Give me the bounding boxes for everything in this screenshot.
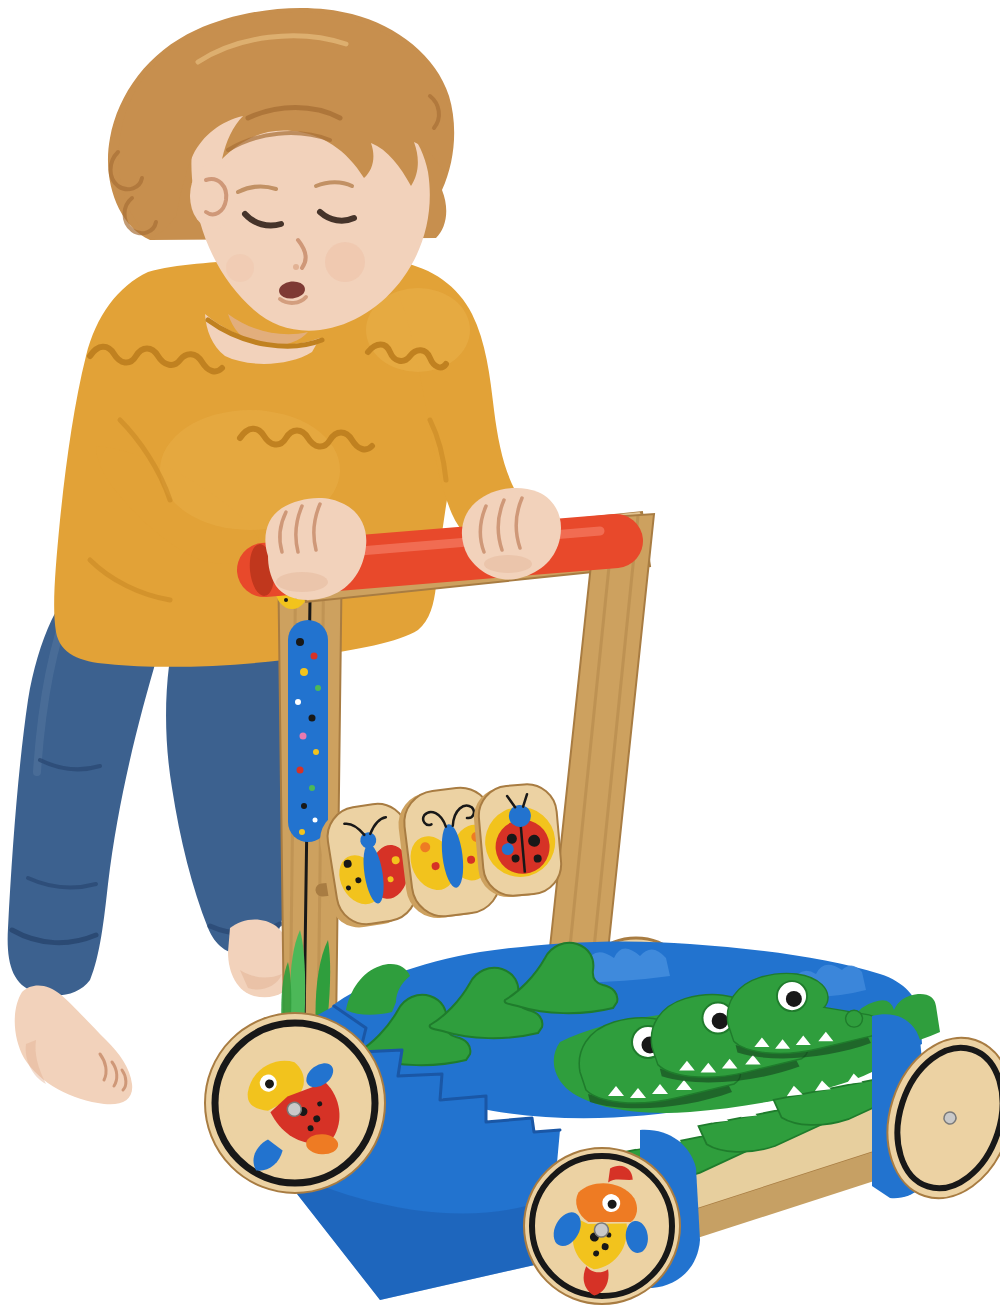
dot xyxy=(301,803,307,809)
snail-dot-3 xyxy=(284,598,288,602)
wheel-rear-left xyxy=(205,1013,385,1193)
dot xyxy=(297,767,304,774)
photo-stage xyxy=(0,0,1000,1310)
ear xyxy=(190,163,238,229)
dot xyxy=(299,829,305,835)
right-knuckle-shade xyxy=(484,555,532,573)
cattail xyxy=(288,620,328,842)
handle-left-post xyxy=(275,544,342,1034)
dot xyxy=(295,699,301,705)
spinner-block-ladybug[interactable] xyxy=(471,782,563,900)
dot xyxy=(313,818,318,823)
cheek-blush-left xyxy=(226,254,254,282)
dot xyxy=(309,715,316,722)
dot xyxy=(309,785,315,791)
alligator-pupil xyxy=(712,1013,728,1029)
dot xyxy=(296,638,304,646)
dot xyxy=(311,653,318,660)
snout-nub xyxy=(846,1010,863,1027)
dot xyxy=(315,685,321,691)
alligator-pupil xyxy=(786,991,802,1007)
toddler-push-walker-illustration xyxy=(0,0,1000,1310)
cheek-blush-right xyxy=(325,242,365,282)
nostril xyxy=(293,264,299,270)
dot xyxy=(313,749,319,755)
dot xyxy=(300,668,308,676)
dot xyxy=(300,733,307,740)
left-knuckle-shade xyxy=(276,572,328,592)
